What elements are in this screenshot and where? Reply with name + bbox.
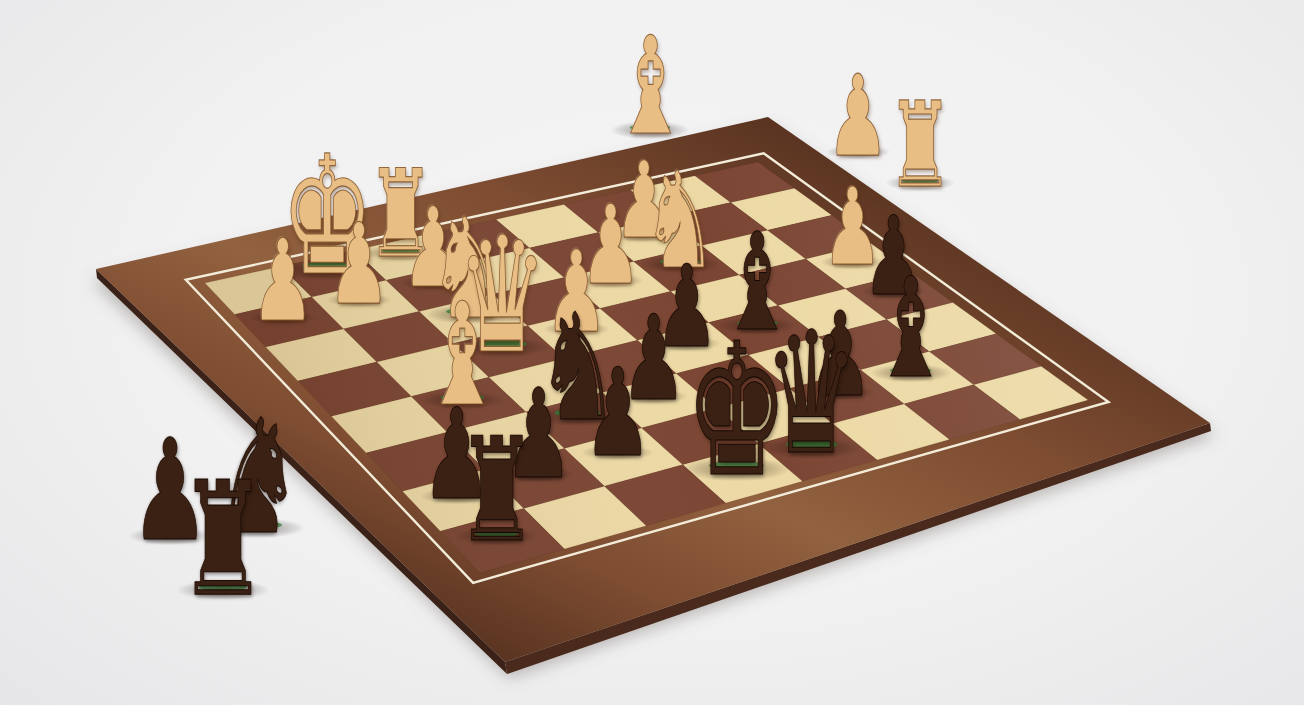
black-rook-h8[interactable]: ♜ <box>425 419 568 562</box>
white-bishop-captured-0[interactable]: ♝ <box>583 19 718 154</box>
white-bishop-glyph: ♝ <box>607 19 692 154</box>
white-pawn-h2[interactable]: ♟ <box>226 225 339 338</box>
black-king-glyph: ♚ <box>679 319 795 502</box>
black-king-e8[interactable]: ♚ <box>645 319 828 502</box>
white-pawn-glyph: ♟ <box>247 225 318 338</box>
pieces-layer: ♚♜♛♝♞♞♟♟♟♟♟♟♟♚♛♜♝♝♞♟♟♟♟♟♟♟♝♟♜♟♞♜ <box>0 0 1304 705</box>
black-rook-glyph: ♜ <box>451 419 541 562</box>
chess-scene: ♚♜♛♝♞♞♟♟♟♟♟♟♟♚♛♜♝♝♞♟♟♟♟♟♟♟♝♟♜♟♞♜ <box>0 0 1304 705</box>
black-rook-glyph: ♜ <box>173 460 273 618</box>
black-rook-captured-5[interactable]: ♜ <box>144 460 302 618</box>
